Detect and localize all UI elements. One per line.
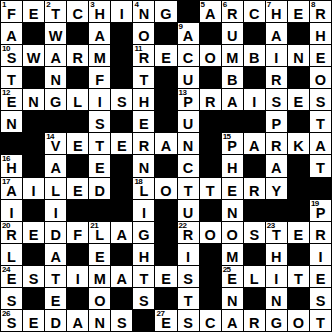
letter-cell[interactable]: T [133,67,154,88]
letter-cell[interactable]: E [89,244,110,265]
cell-letter: E [310,45,331,66]
letter-cell[interactable]: 17A [1,178,22,199]
letter-cell[interactable]: S [178,310,199,331]
letter-cell[interactable]: A [310,133,331,154]
letter-cell[interactable]: E [45,288,66,309]
block-cell [288,200,309,221]
cell-letter: T [133,67,154,88]
cell-letter: H [1,155,22,176]
cell-letter: I [89,89,110,110]
letter-cell[interactable]: A [244,133,265,154]
letter-cell[interactable]: E [23,1,44,22]
letter-cell[interactable]: U [178,67,199,88]
letter-cell[interactable]: 5A [200,1,221,22]
block-cell [89,200,110,221]
letter-cell[interactable]: 13P [178,89,199,110]
letter-cell[interactable]: T [45,266,66,287]
cell-letter: G [133,222,154,243]
letter-cell[interactable]: N [266,288,287,309]
letter-cell[interactable]: E [133,111,154,132]
letter-cell[interactable]: R [200,89,221,110]
letter-cell[interactable]: N [178,133,199,154]
cell-letter: R [133,45,154,66]
letter-cell[interactable]: E [288,89,309,110]
letter-cell[interactable]: 3H [89,1,110,22]
cell-letter: A [1,23,22,44]
block-cell [244,23,265,44]
cell-letter: T [288,266,309,287]
letter-cell[interactable]: F [89,67,110,88]
cell-letter: A [111,266,132,287]
cell-letter: T [310,310,331,331]
letter-cell[interactable]: W [23,45,44,66]
block-cell [23,133,44,154]
letter-cell[interactable]: 14V [45,133,66,154]
letter-cell[interactable]: I [310,244,331,265]
letter-cell[interactable]: A [111,222,132,243]
letter-cell[interactable]: C [67,1,88,22]
cell-letter: A [67,310,88,331]
letter-cell[interactable]: E [310,266,331,287]
letter-cell[interactable]: O [310,67,331,88]
block-cell [67,288,88,309]
letter-cell[interactable]: 19P [310,200,331,221]
letter-cell[interactable]: T [178,178,199,199]
letter-cell[interactable]: O [200,222,221,243]
letter-cell[interactable]: B [222,67,243,88]
letter-cell[interactable]: E [155,45,176,66]
cell-letter: N [133,1,154,22]
letter-cell[interactable]: I [244,89,265,110]
cell-letter: S [133,288,154,309]
block-cell [155,244,176,265]
letter-cell[interactable]: E [23,222,44,243]
letter-cell[interactable]: A [111,266,132,287]
letter-cell[interactable]: S [111,310,132,331]
cell-letter: E [288,222,309,243]
block-cell [23,288,44,309]
letter-cell[interactable]: H [222,155,243,176]
letter-cell[interactable]: E [222,178,243,199]
cell-letter: H [222,155,243,176]
letter-cell[interactable]: 26S [1,310,22,331]
cell-letter: O [133,23,154,44]
block-cell [288,244,309,265]
cell-letter: A [45,244,66,265]
letter-cell[interactable]: S [266,89,287,110]
block-cell [178,1,199,22]
letter-cell[interactable]: 1F [1,1,22,22]
cell-letter: E [1,266,22,287]
cell-letter: L [1,244,22,265]
cell-letter: A [266,23,287,44]
cell-letter: N [288,45,309,66]
letter-cell[interactable]: K [288,133,309,154]
cell-letter: I [67,266,88,287]
letter-cell[interactable]: 24E [1,266,22,287]
letter-cell[interactable]: T [310,111,331,132]
letter-cell[interactable]: N [133,155,154,176]
cell-letter: S [23,266,44,287]
cell-letter: T [178,288,199,309]
letter-cell[interactable]: 12E [1,89,22,110]
letter-cell[interactable]: 27E [155,310,176,331]
cell-letter: S [89,111,110,132]
letter-cell[interactable]: M [222,244,243,265]
cell-letter: M [222,45,243,66]
letter-cell[interactable]: 6R [222,1,243,22]
cell-letter: H [266,244,287,265]
letter-cell[interactable]: N [23,89,44,110]
cell-letter: T [45,266,66,287]
block-cell [67,155,88,176]
cell-letter: W [23,45,44,66]
letter-cell[interactable]: N [1,111,22,132]
letter-cell[interactable]: P [266,111,287,132]
block-cell [288,288,309,309]
block-cell [200,67,221,88]
block-cell [266,200,287,221]
letter-cell[interactable]: A [45,45,66,66]
cell-letter: R [244,310,265,331]
cell-letter: I [266,266,287,287]
letter-cell[interactable]: T [1,67,22,88]
letter-cell[interactable]: H [310,23,331,44]
cell-letter: E [23,1,44,22]
letter-cell[interactable]: H [133,244,154,265]
letter-cell[interactable]: F [67,222,88,243]
cell-letter: E [222,178,243,199]
cell-letter: T [1,67,22,88]
letter-cell[interactable]: U [222,23,243,44]
letter-cell[interactable]: N [222,288,243,309]
block-cell [111,67,132,88]
letter-cell[interactable]: O [133,23,154,44]
letter-cell[interactable]: W [45,23,66,44]
cell-letter: N [178,133,199,154]
cell-letter: O [288,310,309,331]
cell-letter: N [222,288,243,309]
block-cell [288,111,309,132]
block-cell [244,155,265,176]
letter-cell[interactable]: H [133,89,154,110]
cell-letter: E [133,111,154,132]
letter-cell[interactable]: G [133,222,154,243]
cell-letter: N [89,310,110,331]
cell-letter: L [67,89,88,110]
cell-letter: N [45,67,66,88]
cell-letter: C [244,1,265,22]
cell-letter: A [45,45,66,66]
cell-letter: R [266,67,287,88]
block-cell [200,288,221,309]
block-cell [155,200,176,221]
letter-cell[interactable]: 18L [133,178,154,199]
cell-letter: E [111,133,132,154]
letter-cell[interactable]: S [310,89,331,110]
letter-cell[interactable]: S [178,266,199,287]
cell-letter: A [200,1,221,22]
cell-letter: F [89,67,110,88]
cell-letter: S [1,310,22,331]
letter-cell[interactable]: O [222,222,243,243]
letter-cell[interactable]: E [111,133,132,154]
letter-cell[interactable]: C [178,155,199,176]
letter-cell[interactable]: T [200,178,221,199]
cell-letter: S [310,288,331,309]
letter-cell[interactable]: I [266,266,287,287]
block-cell [111,111,132,132]
letter-cell[interactable]: I [133,200,154,221]
letter-cell[interactable]: Y [266,178,287,199]
letter-cell[interactable]: 16H [1,155,22,176]
letter-cell[interactable]: I [23,178,44,199]
letter-cell[interactable]: A [222,89,243,110]
letter-cell[interactable]: A [89,23,110,44]
letter-cell[interactable]: N [222,200,243,221]
block-cell [111,155,132,176]
cell-letter: O [200,45,221,66]
letter-cell[interactable]: R [266,67,287,88]
letter-cell[interactable]: B [244,45,265,66]
letter-cell[interactable]: C [178,45,199,66]
block-cell [111,45,132,66]
cell-letter: R [200,89,221,110]
letter-cell[interactable]: M [222,45,243,66]
cell-letter: C [178,45,199,66]
letter-cell[interactable]: O [89,288,110,309]
cell-letter: R [1,222,22,243]
cell-letter: M [89,266,110,287]
letter-cell[interactable]: S [23,266,44,287]
letter-cell[interactable]: L [1,244,22,265]
letter-cell[interactable]: A [266,155,287,176]
cell-letter: S [1,45,22,66]
letter-cell[interactable]: A [67,310,88,331]
cell-letter: P [310,200,331,221]
block-cell [67,67,88,88]
block-cell [155,67,176,88]
letter-cell[interactable]: T [310,310,331,331]
cell-letter: C [200,310,221,331]
letter-cell[interactable]: E [288,222,309,243]
letter-cell[interactable]: T [178,288,199,309]
letter-cell[interactable]: O [155,178,176,199]
block-cell [244,200,265,221]
letter-cell[interactable]: 21L [89,222,110,243]
cell-letter: A [178,23,199,44]
cell-letter: K [288,133,309,154]
letter-cell[interactable]: O [200,45,221,66]
letter-cell[interactable]: E [310,45,331,66]
cell-letter: B [222,67,243,88]
block-cell [155,288,176,309]
letter-cell[interactable]: L [45,178,66,199]
letter-cell[interactable]: R [244,310,265,331]
cell-letter: E [155,310,176,331]
block-cell [244,288,265,309]
letter-cell[interactable]: I [89,89,110,110]
cell-letter: S [178,310,199,331]
cell-letter: H [266,1,287,22]
cell-letter: B [244,45,265,66]
letter-cell[interactable]: S [244,222,265,243]
letter-cell[interactable]: 10S [1,45,22,66]
cell-letter: O [222,222,243,243]
letter-cell[interactable]: 22R [178,222,199,243]
block-cell [200,266,221,287]
cell-letter: A [222,310,243,331]
letter-cell[interactable]: N [288,45,309,66]
block-cell [155,89,176,110]
letter-cell[interactable]: L [67,89,88,110]
cell-letter: W [45,23,66,44]
block-cell [23,23,44,44]
letter-cell[interactable]: D [45,310,66,331]
letter-cell[interactable]: 9A [178,23,199,44]
letter-cell[interactable]: 7H [266,1,287,22]
cell-letter: T [178,178,199,199]
letter-cell[interactable]: E [89,155,110,176]
block-cell [222,111,243,132]
letter-cell[interactable]: I [266,45,287,66]
letter-cell[interactable]: N [45,67,66,88]
cell-letter: E [89,155,110,176]
letter-cell[interactable]: H [266,244,287,265]
letter-cell[interactable]: R [310,222,331,243]
letter-cell[interactable]: 8R [310,1,331,22]
letter-cell[interactable]: E [155,266,176,287]
letter-cell[interactable]: I [1,200,22,221]
letter-cell[interactable]: N [89,310,110,331]
letter-cell[interactable]: E [67,133,88,154]
cell-letter: U [222,23,243,44]
letter-cell[interactable]: D [89,178,110,199]
cell-letter: I [266,45,287,66]
cell-letter: L [89,222,110,243]
letter-cell[interactable]: S [310,288,331,309]
letter-cell[interactable]: A [45,155,66,176]
cell-letter: A [155,133,176,154]
cell-letter: H [89,1,110,22]
cell-letter: S [178,266,199,287]
letter-cell[interactable]: R [266,133,287,154]
block-cell [288,178,309,199]
block-cell [23,67,44,88]
letter-cell[interactable]: I [67,266,88,287]
letter-cell[interactable]: I [111,1,132,22]
letter-cell[interactable]: L [244,266,265,287]
cell-letter: I [111,1,132,22]
letter-cell[interactable]: M [89,266,110,287]
letter-cell[interactable]: T [288,266,309,287]
cell-letter: T [310,111,331,132]
letter-cell[interactable]: E [23,310,44,331]
letter-cell[interactable]: S [1,288,22,309]
letter-cell[interactable]: C [244,1,265,22]
letter-cell[interactable]: A [266,23,287,44]
cell-letter: N [1,111,22,132]
block-cell [111,244,132,265]
cell-letter: P [266,111,287,132]
letter-cell[interactable]: A [45,244,66,265]
letter-cell[interactable]: U [178,200,199,221]
letter-cell[interactable]: A [1,23,22,44]
crossword-board: 1FE2TC3HI4NG5A6RC7HE8RAWAO9AUAH10SWARM11… [0,0,332,332]
cell-letter: O [200,222,221,243]
cell-letter: T [45,1,66,22]
letter-cell[interactable]: G [266,310,287,331]
cell-letter: S [244,222,265,243]
letter-cell[interactable]: R [67,45,88,66]
cell-letter: G [155,1,176,22]
cell-letter: A [310,133,331,154]
letter-cell[interactable]: R [133,133,154,154]
letter-cell[interactable]: 20R [1,222,22,243]
letter-cell[interactable]: R [244,178,265,199]
block-cell [111,288,132,309]
block-cell [23,244,44,265]
letter-cell[interactable]: G [155,1,176,22]
letter-cell[interactable]: T [89,133,110,154]
letter-cell[interactable]: O [288,310,309,331]
letter-cell[interactable]: I [178,244,199,265]
cell-letter: E [67,133,88,154]
cell-letter: L [133,178,154,199]
cell-letter: E [155,45,176,66]
cell-letter: E [1,89,22,110]
letter-cell[interactable]: 15P [222,133,243,154]
letter-cell[interactable]: E [67,178,88,199]
letter-cell[interactable]: 11R [133,45,154,66]
letter-cell[interactable]: G [45,89,66,110]
block-cell [200,200,221,221]
block-cell [23,111,44,132]
letter-cell[interactable]: S [111,89,132,110]
block-cell [67,23,88,44]
letter-cell[interactable]: M [89,45,110,66]
letter-cell[interactable]: A [222,310,243,331]
letter-cell[interactable]: S [89,111,110,132]
letter-cell[interactable]: S [133,288,154,309]
cell-letter: S [1,288,22,309]
cell-letter: E [155,266,176,287]
letter-cell[interactable]: 2T [45,1,66,22]
letter-cell[interactable]: C [200,310,221,331]
cell-letter: A [89,23,110,44]
letter-cell[interactable]: E [288,1,309,22]
cell-letter: I [244,89,265,110]
letter-cell[interactable]: D [45,222,66,243]
letter-cell[interactable]: 25E [222,266,243,287]
letter-cell[interactable]: I [45,200,66,221]
letter-cell[interactable]: T [310,155,331,176]
letter-cell[interactable]: A [155,133,176,154]
letter-cell[interactable]: 23T [266,222,287,243]
letter-cell[interactable]: T [133,266,154,287]
letter-cell[interactable]: U [178,111,199,132]
block-cell [155,155,176,176]
cell-letter: Y [266,178,287,199]
cell-letter: I [1,200,22,221]
block-cell [45,111,66,132]
cell-letter: R [244,178,265,199]
cell-letter: F [1,1,22,22]
cell-letter: A [266,155,287,176]
letter-cell[interactable]: 4N [133,1,154,22]
block-cell [155,23,176,44]
cell-letter: E [222,266,243,287]
